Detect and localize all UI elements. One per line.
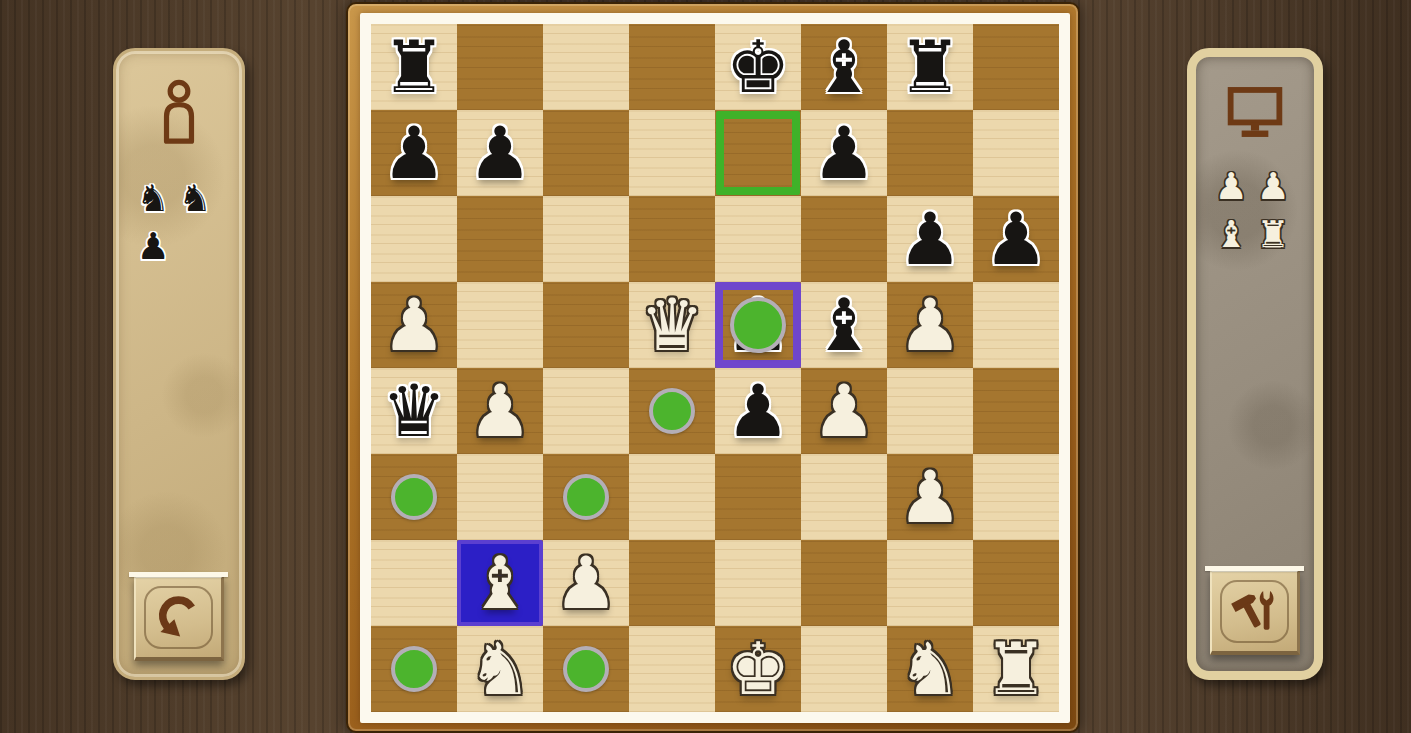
piece-white-pawn: ♟ (887, 454, 973, 540)
square-g5[interactable]: ♟ (887, 282, 973, 368)
undo-button[interactable] (134, 575, 224, 661)
square-a3[interactable] (371, 454, 457, 540)
legal-move-dot[interactable] (649, 388, 695, 434)
square-d5[interactable]: ♛ (629, 282, 715, 368)
square-d4[interactable] (629, 368, 715, 454)
human-player-panel: ♞♞♟ (113, 48, 245, 680)
piece-black-bishop: ♝ (801, 24, 887, 110)
square-b2[interactable]: ♝ (457, 540, 543, 626)
square-f1[interactable] (801, 626, 887, 712)
piece-black-pawn: ♟ (457, 110, 543, 196)
square-c1[interactable] (543, 626, 629, 712)
square-c4[interactable] (543, 368, 629, 454)
board: ♜♚♝♜♟♟♟♟♟♟♛♟♝♟♛♟♟♟♟♝♟♞♚♞♜ (371, 24, 1059, 712)
piece-black-pawn: ♟ (801, 110, 887, 196)
square-f3[interactable] (801, 454, 887, 540)
square-g2[interactable] (887, 540, 973, 626)
square-f4[interactable]: ♟ (801, 368, 887, 454)
computer-player-panel: ♟♟♝♜ (1187, 48, 1323, 680)
square-b8[interactable] (457, 24, 543, 110)
captured-white-pieces-tray: ♟♟♝♜ (1210, 163, 1294, 259)
legal-move-dot[interactable] (391, 474, 437, 520)
square-a4[interactable]: ♛ (371, 368, 457, 454)
square-h7[interactable] (973, 110, 1059, 196)
monitor-icon (1223, 83, 1287, 145)
square-c8[interactable] (543, 24, 629, 110)
piece-black-king: ♚ (715, 24, 801, 110)
square-a2[interactable] (371, 540, 457, 626)
square-c7[interactable] (543, 110, 629, 196)
piece-black-queen: ♛ (371, 368, 457, 454)
legal-move-dot[interactable] (563, 474, 609, 520)
captured-white-pawn: ♟ (1210, 163, 1252, 211)
piece-black-pawn: ♟ (887, 196, 973, 282)
piece-black-pawn: ♟ (371, 110, 457, 196)
captured-white-pawn: ♟ (1252, 163, 1294, 211)
square-f5[interactable]: ♝ (801, 282, 887, 368)
square-h3[interactable] (973, 454, 1059, 540)
piece-white-pawn: ♟ (801, 368, 887, 454)
square-g6[interactable]: ♟ (887, 196, 973, 282)
square-b3[interactable] (457, 454, 543, 540)
square-g3[interactable]: ♟ (887, 454, 973, 540)
square-g8[interactable]: ♜ (887, 24, 973, 110)
square-f7[interactable]: ♟ (801, 110, 887, 196)
square-c3[interactable] (543, 454, 629, 540)
square-h1[interactable]: ♜ (973, 626, 1059, 712)
square-e3[interactable] (715, 454, 801, 540)
board-frame: ♜♚♝♜♟♟♟♟♟♟♛♟♝♟♛♟♟♟♟♝♟♞♚♞♜ (346, 2, 1080, 733)
square-b7[interactable]: ♟ (457, 110, 543, 196)
piece-white-bishop: ♝ (457, 540, 543, 626)
chess-app: ♞♞♟ ♜♚♝♜♟♟♟♟♟♟♛♟♝♟♛♟♟♟♟♝♟♞♚♞♜ (0, 0, 1411, 733)
piece-white-pawn: ♟ (457, 368, 543, 454)
tools-icon (1220, 580, 1289, 643)
legal-move-dot[interactable] (730, 297, 786, 353)
square-f6[interactable] (801, 196, 887, 282)
square-g1[interactable]: ♞ (887, 626, 973, 712)
square-h4[interactable] (973, 368, 1059, 454)
square-f2[interactable] (801, 540, 887, 626)
last-move-highlight (716, 111, 800, 195)
square-f8[interactable]: ♝ (801, 24, 887, 110)
square-h5[interactable] (973, 282, 1059, 368)
square-c5[interactable] (543, 282, 629, 368)
square-h8[interactable] (973, 24, 1059, 110)
square-a7[interactable]: ♟ (371, 110, 457, 196)
piece-white-pawn: ♟ (887, 282, 973, 368)
square-a5[interactable]: ♟ (371, 282, 457, 368)
square-d8[interactable] (629, 24, 715, 110)
captured-black-knight: ♞ (174, 175, 216, 223)
square-a8[interactable]: ♜ (371, 24, 457, 110)
piece-black-rook: ♜ (371, 24, 457, 110)
settings-button[interactable] (1210, 569, 1300, 655)
square-c6[interactable] (543, 196, 629, 282)
piece-white-pawn: ♟ (371, 282, 457, 368)
square-c2[interactable]: ♟ (543, 540, 629, 626)
legal-move-dot[interactable] (563, 646, 609, 692)
square-d3[interactable] (629, 454, 715, 540)
piece-white-king: ♚ (715, 626, 801, 712)
square-b1[interactable]: ♞ (457, 626, 543, 712)
square-b5[interactable] (457, 282, 543, 368)
piece-black-bishop: ♝ (801, 282, 887, 368)
square-e7[interactable] (715, 110, 801, 196)
piece-black-rook: ♜ (887, 24, 973, 110)
piece-white-pawn: ♟ (543, 540, 629, 626)
undo-icon (144, 586, 213, 649)
captured-white-rook: ♜ (1252, 211, 1294, 259)
square-e1[interactable]: ♚ (715, 626, 801, 712)
computer-panel-content: ♟♟♝♜ (1196, 57, 1314, 671)
square-e2[interactable] (715, 540, 801, 626)
square-g7[interactable] (887, 110, 973, 196)
square-e6[interactable] (715, 196, 801, 282)
piece-white-rook: ♜ (973, 626, 1059, 712)
captured-black-pieces-tray: ♞♞♟ (132, 175, 216, 271)
piece-white-knight: ♞ (457, 626, 543, 712)
square-h2[interactable] (973, 540, 1059, 626)
piece-black-pawn: ♟ (715, 368, 801, 454)
piece-white-knight: ♞ (887, 626, 973, 712)
captured-black-knight: ♞ (132, 175, 174, 223)
square-a1[interactable] (371, 626, 457, 712)
square-e5[interactable]: ♟ (715, 282, 801, 368)
piece-black-pawn: ♟ (973, 196, 1059, 282)
piece-white-queen: ♛ (629, 282, 715, 368)
square-e8[interactable]: ♚ (715, 24, 801, 110)
legal-move-dot[interactable] (391, 646, 437, 692)
person-icon (153, 77, 205, 149)
square-g4[interactable] (887, 368, 973, 454)
square-d1[interactable] (629, 626, 715, 712)
captured-white-bishop: ♝ (1210, 211, 1252, 259)
square-h6[interactable]: ♟ (973, 196, 1059, 282)
square-e4[interactable]: ♟ (715, 368, 801, 454)
board-inner-border: ♜♚♝♜♟♟♟♟♟♟♛♟♝♟♛♟♟♟♟♝♟♞♚♞♜ (360, 13, 1070, 723)
square-b4[interactable]: ♟ (457, 368, 543, 454)
human-panel-content: ♞♞♟ (116, 51, 242, 677)
square-d2[interactable] (629, 540, 715, 626)
captured-black-pawn: ♟ (132, 223, 174, 271)
square-d6[interactable] (629, 196, 715, 282)
square-a6[interactable] (371, 196, 457, 282)
square-d7[interactable] (629, 110, 715, 196)
square-b6[interactable] (457, 196, 543, 282)
